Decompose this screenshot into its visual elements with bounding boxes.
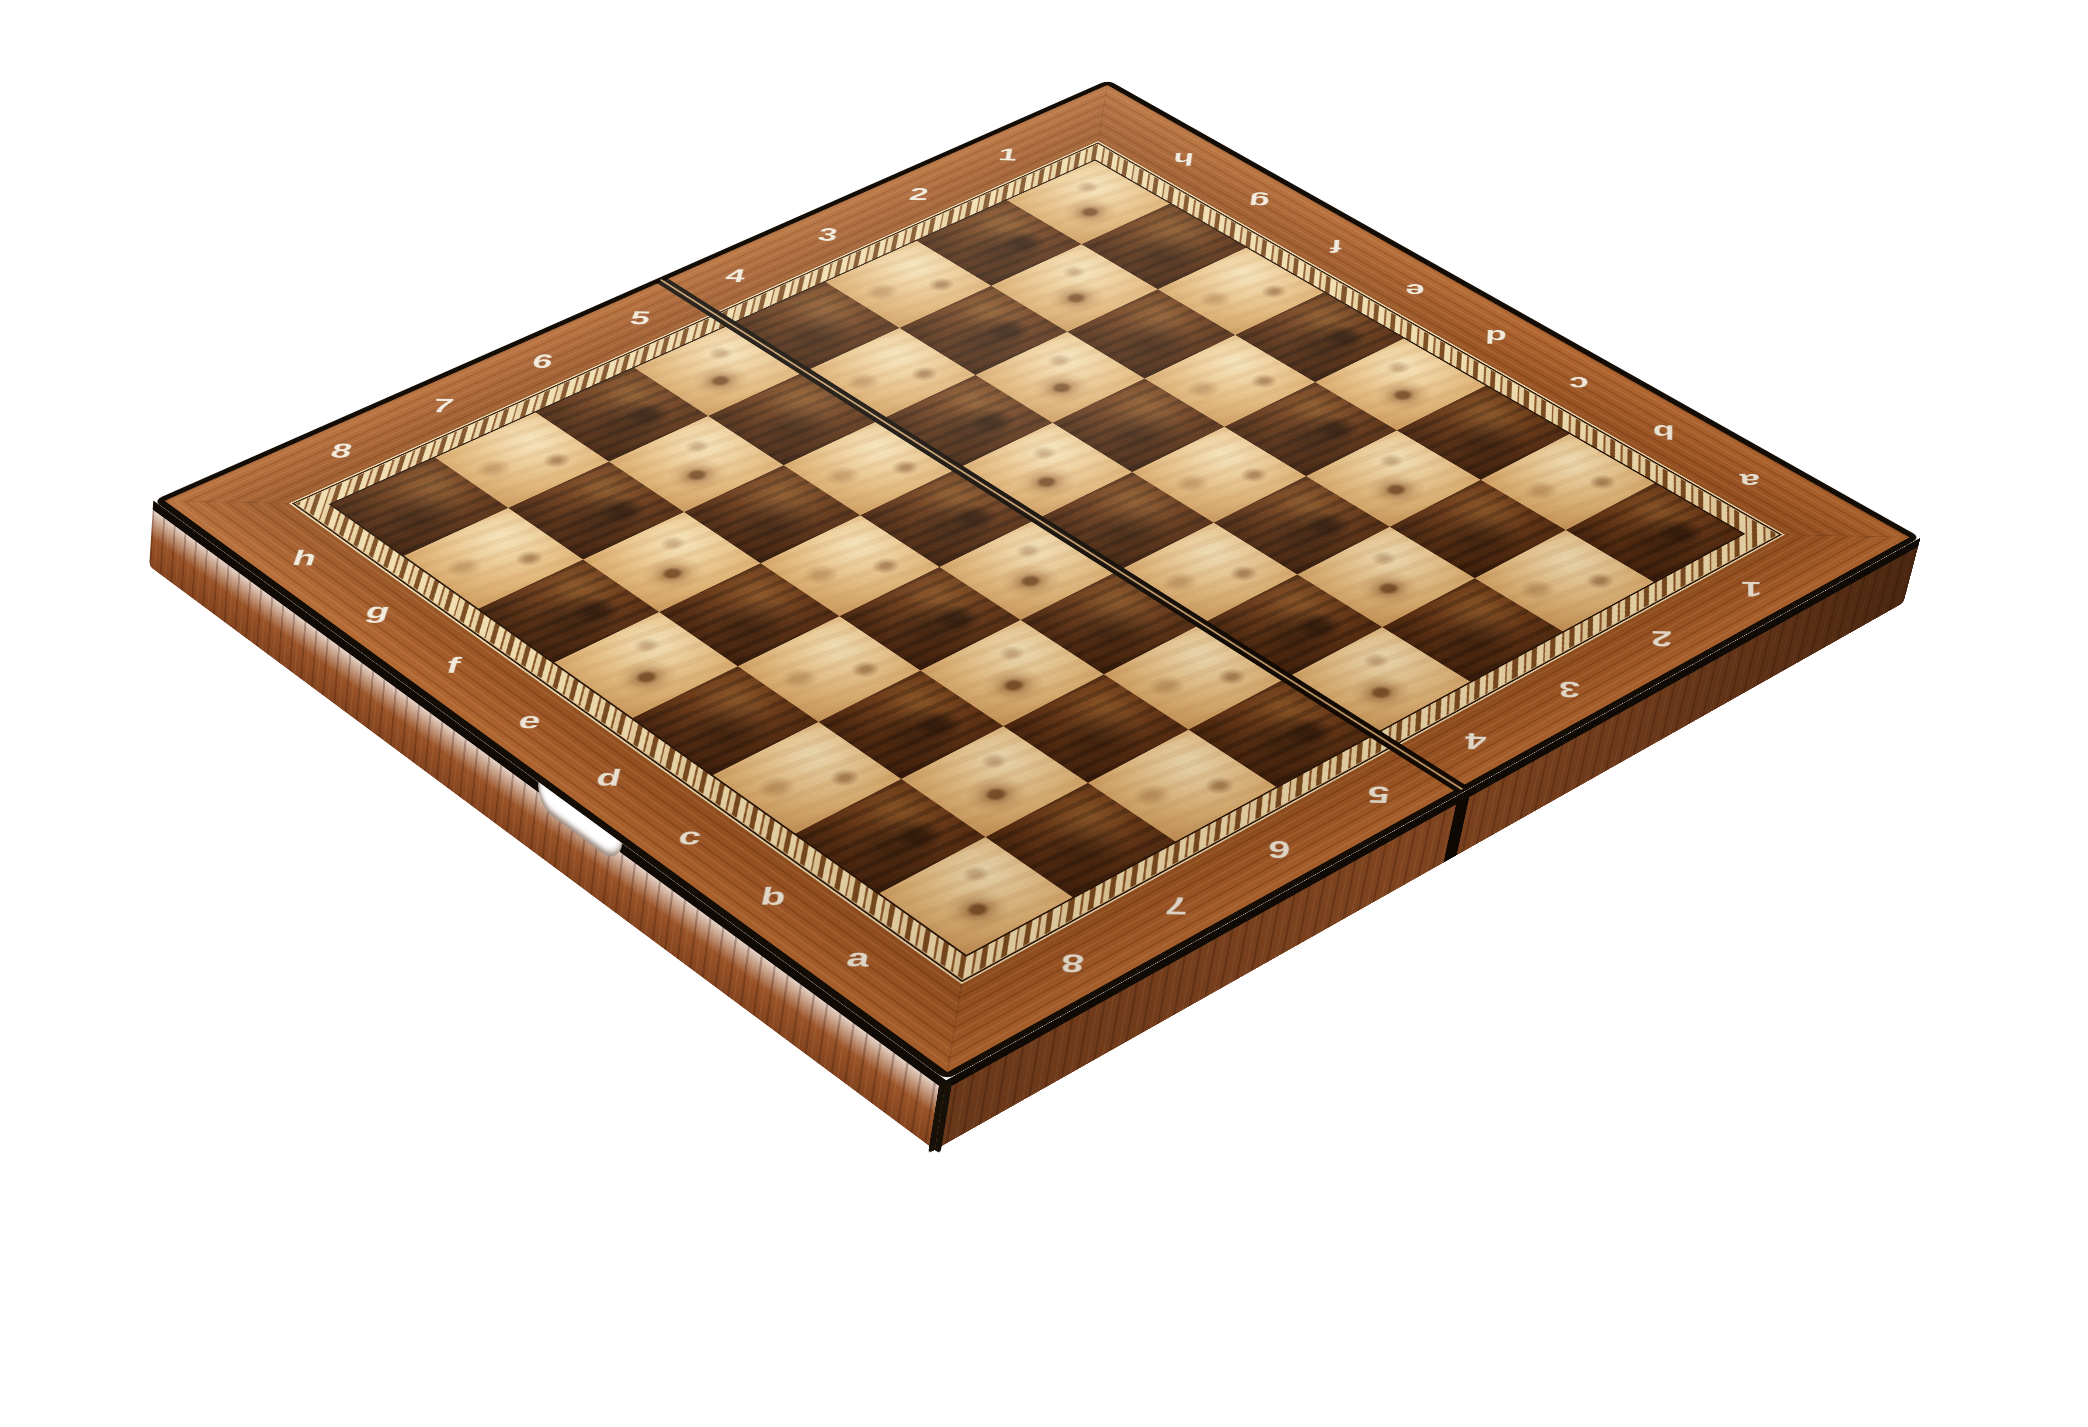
square-a3[interactable] bbox=[1382, 578, 1563, 682]
square-c4[interactable] bbox=[1118, 523, 1297, 624]
square-a5[interactable] bbox=[1189, 678, 1374, 787]
square-c8[interactable] bbox=[713, 722, 901, 833]
square-e8[interactable] bbox=[555, 612, 738, 718]
product-photo-canvas: hgfedcba hgfedcba 12345678 12345678 bbox=[0, 0, 2088, 1427]
rank-labels-right: 12345678 bbox=[986, 545, 1829, 1015]
square-e6[interactable] bbox=[761, 515, 940, 616]
square-b7[interactable] bbox=[901, 726, 1089, 838]
square-a4[interactable] bbox=[1287, 627, 1470, 733]
chess-board: hgfedcba hgfedcba 12345678 12345678 bbox=[153, 80, 1920, 1080]
square-a8[interactable] bbox=[880, 837, 1073, 955]
square-b6[interactable] bbox=[1004, 674, 1189, 783]
square-c6[interactable] bbox=[921, 620, 1104, 726]
board-frame-bottom bbox=[165, 467, 1027, 1072]
file-labels-bottom: hgfedcba bbox=[229, 515, 942, 1012]
square-a6[interactable] bbox=[1089, 730, 1277, 842]
square-c5[interactable] bbox=[1021, 571, 1202, 674]
square-b4[interactable] bbox=[1201, 574, 1382, 677]
square-b5[interactable] bbox=[1104, 624, 1287, 730]
square-d5[interactable] bbox=[940, 519, 1119, 620]
square-b3[interactable] bbox=[1297, 526, 1476, 627]
square-d8[interactable] bbox=[633, 666, 818, 775]
square-a2[interactable] bbox=[1475, 530, 1654, 631]
square-d7[interactable] bbox=[738, 616, 921, 722]
square-f8[interactable] bbox=[478, 559, 659, 662]
square-b8[interactable] bbox=[795, 779, 985, 893]
square-e7[interactable] bbox=[659, 563, 840, 666]
board-perspective-wrapper: hgfedcba hgfedcba 12345678 12345678 bbox=[0, 0, 2088, 1427]
square-c7[interactable] bbox=[818, 670, 1003, 779]
board-top-face: hgfedcba hgfedcba 12345678 12345678 bbox=[153, 80, 1920, 1080]
square-d6[interactable] bbox=[840, 567, 1021, 670]
board-frame-right bbox=[883, 501, 1909, 1072]
square-g8[interactable] bbox=[404, 508, 583, 609]
square-a7[interactable] bbox=[985, 783, 1175, 898]
square-f7[interactable] bbox=[583, 512, 762, 613]
